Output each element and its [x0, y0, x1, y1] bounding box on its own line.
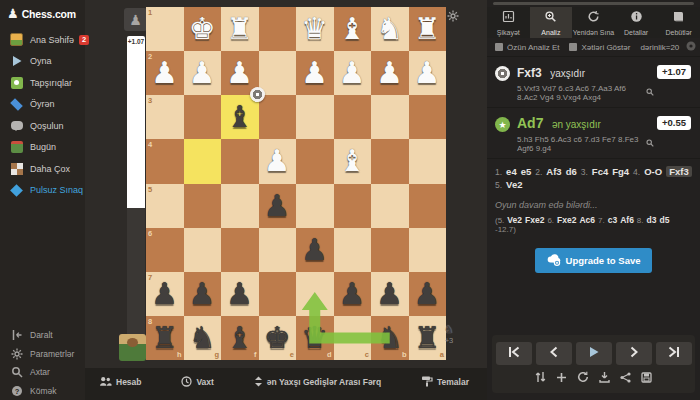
square-c6[interactable] [334, 228, 372, 272]
square-h7[interactable]: 7♟ [146, 272, 184, 316]
square-f1[interactable]: ♜ [221, 7, 259, 51]
square-d2[interactable]: ♟ [296, 51, 334, 95]
square-h4[interactable]: 4 [146, 139, 184, 183]
square-b4[interactable] [371, 139, 409, 183]
move-token[interactable]: c3 [608, 215, 617, 225]
sidebar-item-trial[interactable]: Pulsuz Sınaq [0, 180, 85, 202]
square-e2[interactable] [259, 51, 297, 95]
square-h1[interactable]: 1 [146, 7, 184, 51]
show-lines-label[interactable]: Xətləri Göstər [581, 43, 630, 52]
square-b8[interactable]: b♞ [371, 316, 409, 360]
sidebar-item-label: Bugün [30, 142, 56, 152]
rank-label-7: 7 [148, 273, 152, 282]
square-d1[interactable]: ♛ [296, 7, 334, 51]
connect-icon [9, 118, 24, 133]
home-icon [9, 32, 24, 47]
save-cloud-icon [547, 254, 561, 268]
sidebar-item-today[interactable]: Bugün [0, 137, 85, 159]
tab-report[interactable]: Şikayət [487, 7, 530, 38]
move-number: 7. [598, 216, 605, 225]
rank-label-2: 2 [148, 52, 152, 61]
move-token[interactable]: e4 [506, 166, 517, 177]
file-label-g: g [214, 350, 219, 359]
move-token[interactable]: d5 [659, 215, 669, 225]
sidebar-item-label: Oyna [30, 56, 52, 66]
board-settings-gear-icon[interactable] [447, 8, 459, 26]
square-e4[interactable]: ♟ [259, 139, 297, 183]
tool-reload-icon[interactable] [577, 371, 589, 383]
tab-details[interactable]: Detallar [615, 7, 658, 38]
square-b7[interactable]: ♟ [371, 272, 409, 316]
move-token[interactable]: Ve2 [507, 215, 522, 225]
move-list: 1.e4e52.Af3d63.Fc4Fg44.O-OFxf35.Ve2 [487, 159, 700, 194]
move-token[interactable]: Ve2 [506, 179, 522, 190]
move-token[interactable]: Ac6 [579, 215, 595, 225]
analysis-options: Özün Analiz Et Xətləri Göstər dərinlik=2… [487, 38, 700, 56]
square-e7[interactable] [259, 272, 297, 316]
collapse-icon [9, 328, 24, 343]
first-icon [507, 346, 521, 361]
continuation-note: Oyun davam edə bilərdi... [487, 194, 700, 212]
move-token[interactable]: d6 [566, 166, 577, 177]
black-pawn-f7[interactable]: ♟ [221, 272, 259, 316]
good-move-icon [495, 66, 510, 81]
square-e6[interactable] [259, 228, 297, 272]
square-h8[interactable]: 8h♜ [146, 316, 184, 360]
square-f6[interactable] [221, 228, 259, 272]
more-icon [9, 161, 24, 176]
principal-variation: 5.Vxf3 Vd7 6.c3 Ac6 7.Aa3 Af6 8.Ac2 Vg4 … [517, 84, 642, 102]
chesscom-pawn-icon: ♟ [7, 7, 19, 20]
move-token[interactable]: Fxf3 [666, 166, 692, 177]
black-pawn-b7[interactable]: ♟ [371, 272, 409, 316]
nav-last-button[interactable] [656, 342, 692, 365]
rank-label-4: 4 [148, 140, 152, 149]
openings-icon [672, 9, 685, 27]
square-b6[interactable] [371, 228, 409, 272]
file-label-h: h [177, 350, 182, 359]
move-number: 2. [535, 167, 542, 177]
sidebar-footer-settings[interactable]: Parametrlər [0, 345, 85, 364]
self-analysis-label[interactable]: Özün Analiz Et [507, 43, 559, 52]
move-number: 4. [633, 167, 640, 177]
square-f5[interactable] [221, 184, 259, 228]
square-h3[interactable]: 3 [146, 95, 184, 139]
tab-retry[interactable]: Yenidən Sına [572, 7, 615, 38]
sidebar: ♟ Chess.com Ana Səhifə 2 Oyna Tapşırıqla… [0, 0, 85, 400]
sidebar-footer-search[interactable]: Axtar [0, 363, 85, 382]
square-g7[interactable]: ♟ [184, 272, 222, 316]
eval-badge: +1.07 [657, 65, 691, 79]
square-c3[interactable] [334, 95, 372, 139]
square-g6[interactable] [184, 228, 222, 272]
sidebar-item-puzzles[interactable]: Tapşırıqlar [0, 72, 85, 94]
white-rook-f1[interactable]: ♜ [221, 7, 259, 51]
tool-add-icon[interactable] [556, 371, 567, 383]
square-b1[interactable]: ♞ [371, 7, 409, 51]
white-bishop-c1[interactable]: ♝ [334, 7, 372, 51]
move-token[interactable]: O-O [644, 166, 662, 177]
rank-label-5: 5 [148, 185, 152, 194]
puzzles-icon [9, 75, 24, 90]
details-icon [630, 9, 643, 27]
engine-line-Fxf3[interactable]: Fxf3 yaxşıdır 5.Vxf3 Vd7 6.c3 Ac6 7.Aa3 … [487, 57, 700, 108]
move-token[interactable]: Af6 [620, 215, 634, 225]
square-d5[interactable] [296, 184, 334, 228]
white-player-icon: ♟ [124, 8, 147, 31]
time-icon [181, 376, 192, 389]
square-d8[interactable]: d♛ [296, 316, 334, 360]
board-footer-diff[interactable]: ən Yaxşı Gedişlər Arası Fərq [254, 376, 381, 389]
white-pawn-d2[interactable]: ♟ [296, 51, 334, 95]
trial-icon [9, 183, 24, 198]
black-bishop-f3[interactable]: ♝ [221, 95, 259, 139]
square-d6[interactable]: ♟ [296, 228, 334, 272]
sidebar-item-label: Daha Çox [30, 164, 70, 174]
best-move-star-icon: ★ [495, 117, 510, 132]
sidebar-item-connect[interactable]: Qoşulun [0, 115, 85, 137]
file-label-a: a [440, 350, 444, 359]
move-token[interactable]: Fxe2 [557, 215, 576, 225]
square-c2[interactable]: ♟ [334, 51, 372, 95]
depth-settings-gear-icon[interactable] [686, 41, 696, 53]
square-d4[interactable] [296, 139, 334, 183]
move-token[interactable]: Fxe2 [525, 215, 544, 225]
panel-tabs: Şikayət Analiz Yenidən Sına Detallar Deb… [487, 7, 700, 38]
square-c8[interactable]: c [334, 316, 372, 360]
nav-play-button[interactable] [576, 342, 612, 365]
black-pawn-g7[interactable]: ♟ [184, 272, 222, 316]
square-a1[interactable]: ♜ [409, 7, 447, 51]
black-pawn-e5[interactable]: ♟ [259, 184, 297, 228]
diff-icon [254, 376, 263, 389]
svg-text:?: ? [14, 386, 19, 395]
eval-badge: +0.55 [657, 116, 691, 130]
analysis-panel: Şikayət Analiz Yenidən Sına Detallar Deb… [487, 0, 700, 400]
square-h2[interactable]: 2♟ [146, 51, 184, 95]
board-footer-themes[interactable]: Temalar [421, 375, 469, 389]
sidebar-footer-menu: Daralt Parametrlər Axtar ? Kömək [0, 326, 85, 400]
self-analysis-checkbox[interactable] [495, 43, 503, 51]
sidebar-item-label: Tapşırıqlar [30, 78, 72, 88]
square-a2[interactable]: ♟ [409, 51, 447, 95]
square-g4[interactable] [184, 139, 222, 183]
square-f3[interactable]: ♝ [221, 95, 259, 139]
square-g3[interactable] [184, 95, 222, 139]
analyze-icon [544, 9, 557, 27]
square-f7[interactable]: ♟ [221, 272, 259, 316]
board-area: ♟ +1.07 1♚♜♛♝♞♜2♟♟♟♟♟♟♟3♝4♟♝5♟6♟7♟♟♟♟♟♟8… [85, 0, 487, 400]
square-a3[interactable] [409, 95, 447, 139]
board-footer-account[interactable]: Hesab [99, 376, 142, 389]
rank-label-8: 8 [148, 317, 152, 326]
chess-board: 1♚♜♛♝♞♜2♟♟♟♟♟♟♟3♝4♟♝5♟6♟7♟♟♟♟♟♟8h♜g♞f♝e♚… [146, 7, 446, 360]
move-classification-badge [250, 87, 265, 102]
sidebar-footer-help[interactable]: ? Kömək [0, 382, 85, 400]
square-e8[interactable]: e♚ [259, 316, 297, 360]
white-pawn-a2[interactable]: ♟ [409, 51, 447, 95]
square-c5[interactable] [334, 184, 372, 228]
white-knight-b1[interactable]: ♞ [371, 7, 409, 51]
square-a5[interactable] [409, 184, 447, 228]
play-icon [9, 54, 24, 69]
sidebar-footer-collapse[interactable]: Daralt [0, 326, 85, 345]
player-avatar[interactable] [119, 334, 146, 361]
prev-icon [547, 346, 561, 361]
magnifier-icon[interactable] [646, 139, 654, 149]
eval-bar-white-section: +1.07 [127, 36, 145, 208]
square-b3[interactable] [371, 95, 409, 139]
move-token[interactable]: Af3 [546, 166, 561, 177]
tool-engine-icon[interactable] [641, 371, 652, 383]
help-icon: ? [9, 383, 24, 398]
upgrade-label: Upgrade to Save [566, 255, 641, 266]
square-c1[interactable]: ♝ [334, 7, 372, 51]
search-icon [9, 365, 24, 380]
nav-first-button[interactable] [496, 342, 532, 365]
show-lines-checkbox[interactable] [569, 43, 577, 51]
square-g2[interactable]: ♟ [184, 51, 222, 95]
black-pawn-d6[interactable]: ♟ [296, 228, 334, 272]
sidebar-item-label: Ana Səhifə [30, 35, 74, 45]
notification-badge: 2 [79, 35, 89, 45]
last-icon [667, 346, 681, 361]
move-number: 8. [637, 216, 644, 225]
square-g1[interactable]: ♚ [184, 7, 222, 51]
white-pawn-g2[interactable]: ♟ [184, 51, 222, 95]
square-e1[interactable] [259, 7, 297, 51]
magnifier-icon[interactable] [646, 88, 654, 98]
tool-share-icon[interactable] [620, 371, 631, 383]
rank-label-3: 3 [148, 96, 152, 105]
chesscom-logo[interactable]: ♟ Chess.com [0, 0, 85, 25]
sidebar-item-more[interactable]: Daha Çox [0, 158, 85, 180]
square-a7[interactable]: ♟ [409, 272, 447, 316]
file-label-d: d [327, 350, 332, 359]
board-footer-bar: Hesab Vaxt ən Yaxşı Gedişlər Arası Fərq … [85, 368, 487, 400]
white-bishop-c4[interactable]: ♝ [334, 139, 372, 183]
square-g5[interactable] [184, 184, 222, 228]
report-icon [502, 9, 515, 27]
square-a8[interactable]: a♜ [409, 316, 447, 360]
black-pawn-a7[interactable]: ♟ [409, 272, 447, 316]
today-icon [9, 140, 24, 155]
square-c4[interactable]: ♝ [334, 139, 372, 183]
square-f4[interactable] [221, 139, 259, 183]
continuation-line: (5.Ve2Fxe26.Fxe2Ac67.c3Af68.d3d5-12.7) [487, 212, 700, 237]
sidebar-item-home[interactable]: Ana Səhifə 2 [0, 29, 85, 51]
navigation-panel [492, 335, 695, 393]
move-number: 6. [547, 216, 554, 225]
move-number: 5. [495, 180, 502, 190]
depth-label: dərinlik=20 [640, 43, 679, 52]
white-pawn-c2[interactable]: ♟ [334, 51, 372, 95]
engine-line-Ad7[interactable]: ★ Ad7 ən yaxşıdır 5.h3 Fh5 6.Ac3 c6 7.d3… [487, 108, 700, 159]
account-icon [99, 376, 112, 389]
move-number: 3. [581, 167, 588, 177]
themes-icon [421, 375, 433, 389]
sidebar-item-label: Öyrən [30, 99, 55, 109]
white-rook-a1[interactable]: ♜ [409, 7, 447, 51]
move-number: 1. [495, 167, 502, 177]
move-token[interactable]: e5 [521, 166, 532, 177]
sidebar-menu: Ana Səhifə 2 Oyna Tapşırıqlar Öyrən Qoşu… [0, 29, 85, 201]
square-d3[interactable] [296, 95, 334, 139]
square-b5[interactable] [371, 184, 409, 228]
move-token[interactable]: d3 [647, 215, 657, 225]
tool-download-icon[interactable] [599, 371, 610, 383]
panel-top-strip [493, 2, 694, 5]
principal-variation: 5.h3 Fh5 6.Ac3 c6 7.d3 Fe7 8.Fe3 Agf6 9.… [517, 135, 642, 153]
tool-flip-icon[interactable] [535, 371, 546, 383]
play-icon [587, 346, 601, 361]
square-d7[interactable] [296, 272, 334, 316]
move-token[interactable]: Fg4 [612, 166, 629, 177]
move-number: -12.7) [495, 225, 516, 234]
next-icon [627, 346, 641, 361]
tab-openings[interactable]: Debütlər [657, 7, 700, 38]
black-pawn-c7[interactable]: ♟ [334, 272, 372, 316]
sidebar-item-play[interactable]: Oyna [0, 51, 85, 73]
square-g8[interactable]: g♞ [184, 316, 222, 360]
settings-icon [9, 346, 24, 361]
file-label-f: f [254, 350, 257, 359]
black-bishop-f8[interactable]: ♝ [221, 316, 259, 360]
white-king-g1[interactable]: ♚ [184, 7, 222, 51]
nav-prev-button[interactable] [536, 342, 572, 365]
retry-icon [587, 9, 600, 27]
nav-next-button[interactable] [616, 342, 652, 365]
rank-label-1: 1 [148, 8, 152, 17]
move-token[interactable]: Fc4 [592, 166, 608, 177]
board-footer-time[interactable]: Vaxt [181, 376, 214, 389]
square-c7[interactable]: ♟ [334, 272, 372, 316]
white-pawn-b2[interactable]: ♟ [371, 51, 409, 95]
rank-label-6: 6 [148, 229, 152, 238]
learn-icon [9, 97, 24, 112]
sidebar-item-learn[interactable]: Öyrən [0, 94, 85, 116]
square-e5[interactable]: ♟ [259, 184, 297, 228]
eval-bar: +1.07 [127, 36, 145, 342]
white-pawn-e4[interactable]: ♟ [259, 139, 297, 183]
move-number: (5. [495, 216, 504, 225]
logo-text: Chess.com [22, 8, 76, 20]
file-label-b: b [402, 350, 407, 359]
square-e3[interactable] [259, 95, 297, 139]
tab-analyze[interactable]: Analiz [530, 7, 573, 38]
upgrade-to-save-button[interactable]: Upgrade to Save [535, 248, 653, 273]
sidebar-item-label: Qoşulun [30, 121, 64, 131]
square-a6[interactable] [409, 228, 447, 272]
file-label-e: e [290, 350, 294, 359]
square-a4[interactable] [409, 139, 447, 183]
eval-score: +1.07 [127, 36, 145, 45]
sidebar-item-label: Pulsuz Sınaq [30, 185, 83, 195]
square-b2[interactable]: ♟ [371, 51, 409, 95]
square-f8[interactable]: f♝ [221, 316, 259, 360]
engine-lines: Fxf3 yaxşıdır 5.Vxf3 Vd7 6.c3 Ac6 7.Aa3 … [487, 56, 700, 159]
file-label-c: c [365, 350, 369, 359]
white-queen-d1[interactable]: ♛ [296, 7, 334, 51]
square-h6[interactable]: 6 [146, 228, 184, 272]
square-h5[interactable]: 5 [146, 184, 184, 228]
